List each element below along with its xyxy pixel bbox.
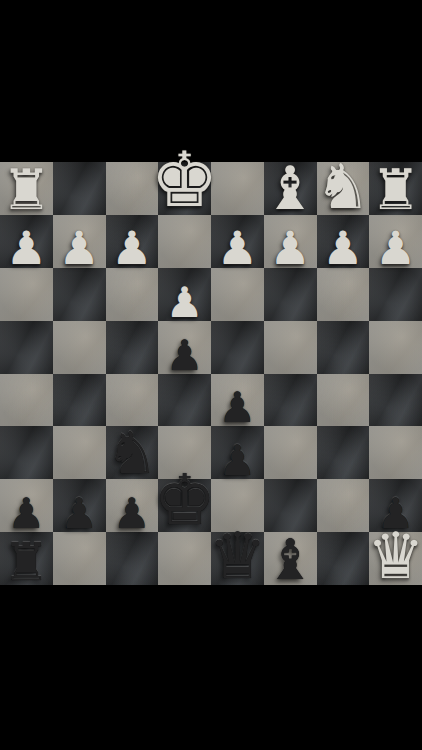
piece-black-rook[interactable]: ♜	[3, 536, 50, 588]
square-a2[interactable]: ♟	[369, 215, 422, 268]
square-d4[interactable]	[211, 321, 264, 374]
square-b1[interactable]: ♞	[317, 162, 370, 215]
square-f8[interactable]	[106, 532, 159, 585]
piece-white-rook[interactable]: ♜	[1, 162, 51, 218]
square-e4[interactable]: ♟	[158, 321, 211, 374]
piece-black-king[interactable]: ♚	[153, 465, 216, 535]
piece-black-pawn[interactable]: ♟	[60, 493, 98, 535]
square-h6[interactable]	[0, 426, 53, 479]
square-c3[interactable]	[264, 268, 317, 321]
square-d6[interactable]: ♟	[211, 426, 264, 479]
piece-white-pawn[interactable]: ♟	[59, 225, 100, 271]
square-a5[interactable]	[369, 374, 422, 427]
piece-white-pawn[interactable]: ♟	[111, 225, 152, 271]
square-b6[interactable]	[317, 426, 370, 479]
square-h4[interactable]	[0, 321, 53, 374]
square-c4[interactable]	[264, 321, 317, 374]
square-a8[interactable]: ♛	[369, 532, 422, 585]
square-b5[interactable]	[317, 374, 370, 427]
chess-app-screen: ♜♚♝♞♜♟♟♟♟♟♟♟♟♟♟♞♟♟♟♟♚♟♜♛♝♛	[0, 0, 422, 750]
square-f6[interactable]: ♞	[106, 426, 159, 479]
square-g3[interactable]	[53, 268, 106, 321]
piece-white-bishop[interactable]: ♝	[263, 158, 317, 218]
square-b2[interactable]: ♟	[317, 215, 370, 268]
piece-white-knight[interactable]: ♞	[315, 156, 371, 218]
square-c2[interactable]: ♟	[264, 215, 317, 268]
square-c7[interactable]	[264, 479, 317, 532]
square-e1[interactable]: ♚	[158, 162, 211, 215]
square-c1[interactable]: ♝	[264, 162, 317, 215]
square-d3[interactable]	[211, 268, 264, 321]
piece-white-pawn[interactable]: ♟	[270, 225, 311, 271]
square-h3[interactable]	[0, 268, 53, 321]
square-d5[interactable]: ♟	[211, 374, 264, 427]
square-d1[interactable]	[211, 162, 264, 215]
square-a3[interactable]	[369, 268, 422, 321]
square-d8[interactable]: ♛	[211, 532, 264, 585]
piece-white-queen[interactable]: ♛	[367, 524, 422, 588]
piece-black-pawn[interactable]: ♟	[166, 335, 204, 377]
square-h8[interactable]: ♜	[0, 532, 53, 585]
square-f2[interactable]: ♟	[106, 215, 159, 268]
square-c8[interactable]: ♝	[264, 532, 317, 585]
square-g1[interactable]	[53, 162, 106, 215]
square-a1[interactable]: ♜	[369, 162, 422, 215]
square-f4[interactable]	[106, 321, 159, 374]
piece-black-pawn[interactable]: ♟	[219, 440, 257, 482]
square-d2[interactable]: ♟	[211, 215, 264, 268]
piece-black-pawn[interactable]: ♟	[113, 493, 151, 535]
piece-white-pawn[interactable]: ♟	[375, 225, 416, 271]
piece-black-knight[interactable]: ♞	[106, 424, 158, 482]
square-h2[interactable]: ♟	[0, 215, 53, 268]
square-b7[interactable]	[317, 479, 370, 532]
chess-board: ♜♚♝♞♜♟♟♟♟♟♟♟♟♟♟♞♟♟♟♟♚♟♜♛♝♛	[0, 162, 422, 585]
piece-white-rook[interactable]: ♜	[371, 162, 421, 218]
piece-white-pawn[interactable]: ♟	[217, 225, 258, 271]
piece-black-queen[interactable]: ♛	[209, 524, 266, 588]
square-g8[interactable]	[53, 532, 106, 585]
square-g4[interactable]	[53, 321, 106, 374]
square-a6[interactable]	[369, 426, 422, 479]
square-b8[interactable]	[317, 532, 370, 585]
piece-white-pawn[interactable]: ♟	[166, 282, 204, 324]
square-c6[interactable]	[264, 426, 317, 479]
piece-black-pawn[interactable]: ♟	[8, 493, 46, 535]
piece-white-king[interactable]: ♚	[151, 142, 219, 218]
square-e3[interactable]: ♟	[158, 268, 211, 321]
piece-white-pawn[interactable]: ♟	[6, 225, 47, 271]
square-c5[interactable]	[264, 374, 317, 427]
square-b4[interactable]	[317, 321, 370, 374]
square-e7[interactable]: ♚	[158, 479, 211, 532]
piece-black-pawn[interactable]: ♟	[219, 387, 257, 429]
square-b3[interactable]	[317, 268, 370, 321]
square-h1[interactable]: ♜	[0, 162, 53, 215]
square-g7[interactable]: ♟	[53, 479, 106, 532]
square-g2[interactable]: ♟	[53, 215, 106, 268]
piece-black-bishop[interactable]: ♝	[265, 532, 315, 588]
square-e5[interactable]	[158, 374, 211, 427]
square-h5[interactable]	[0, 374, 53, 427]
square-h7[interactable]: ♟	[0, 479, 53, 532]
piece-white-pawn[interactable]: ♟	[322, 225, 363, 271]
square-a4[interactable]	[369, 321, 422, 374]
square-g5[interactable]	[53, 374, 106, 427]
square-f3[interactable]	[106, 268, 159, 321]
square-g6[interactable]	[53, 426, 106, 479]
